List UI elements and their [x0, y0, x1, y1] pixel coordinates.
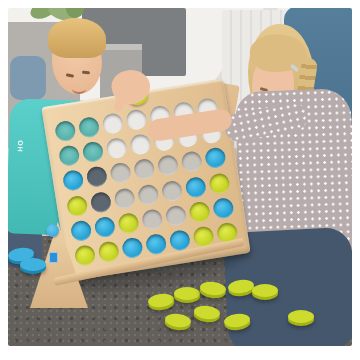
yellow-disc: [74, 244, 97, 267]
photo: WL HO: [8, 8, 352, 346]
blue-disc: [204, 147, 227, 170]
knob-icon: [46, 224, 59, 237]
blue-disc: [70, 219, 93, 242]
yellow-disc: [97, 241, 120, 264]
blue-disc: [145, 233, 168, 256]
blue-disc-on-floor: [20, 258, 46, 271]
yellow-disc-on-floor: [252, 284, 278, 297]
empty-hole: [101, 112, 124, 135]
cell-c7-r5: [210, 194, 238, 223]
empty-hole: [54, 119, 77, 142]
empty-hole: [157, 154, 180, 177]
empty-hole: [109, 162, 132, 185]
yellow-disc-on-floor: [288, 310, 314, 323]
cushion: [10, 56, 46, 100]
blue-disc: [62, 169, 85, 192]
cell-c7-r3: [202, 144, 230, 173]
yellow-disc: [117, 212, 140, 235]
yellow-disc: [208, 172, 231, 195]
scene: WL HO: [8, 8, 352, 346]
empty-hole: [89, 191, 112, 214]
brand-sticker: [49, 252, 58, 263]
empty-hole: [78, 115, 101, 138]
empty-hole: [137, 183, 160, 206]
empty-hole: [105, 137, 128, 160]
blue-disc: [121, 237, 144, 260]
empty-hole: [141, 208, 164, 231]
photo-frame: WL HO: [0, 0, 360, 360]
boy-hair: [48, 18, 106, 58]
empty-hole: [85, 166, 108, 189]
blue-disc: [184, 176, 207, 199]
empty-hole: [165, 204, 188, 227]
yellow-disc-on-floor: [174, 287, 200, 300]
cell-c7-r4: [206, 169, 234, 198]
blue-disc: [212, 197, 235, 220]
empty-hole: [133, 158, 156, 181]
empty-hole: [161, 179, 184, 202]
empty-hole: [129, 133, 152, 156]
boy-shirt-print: HO: [17, 139, 24, 152]
empty-hole: [125, 108, 148, 131]
shirt-print-text: HO: [17, 139, 24, 152]
empty-hole: [180, 151, 203, 174]
yellow-disc: [66, 194, 89, 217]
empty-hole: [113, 187, 136, 210]
boy-mouth: [72, 84, 86, 94]
yellow-disc: [188, 201, 211, 224]
empty-hole: [58, 144, 81, 167]
blue-disc: [93, 216, 116, 239]
empty-hole: [82, 140, 105, 163]
